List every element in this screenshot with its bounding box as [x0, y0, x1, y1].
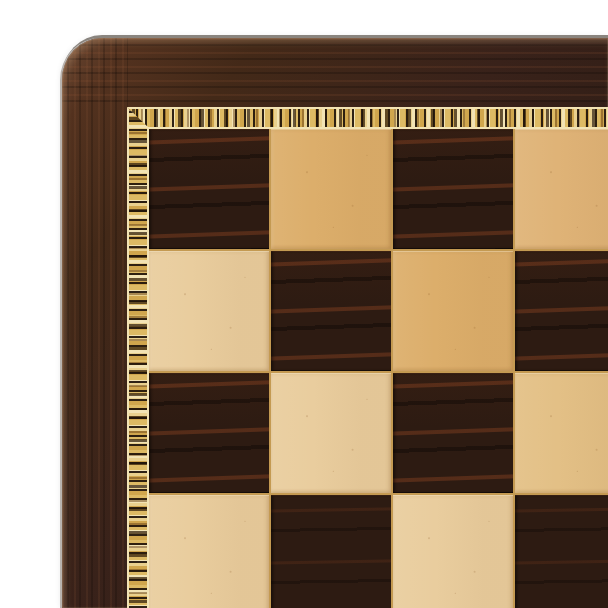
chessboard [62, 38, 608, 608]
frame-wood-grain-left [62, 38, 128, 608]
board-square [149, 129, 269, 249]
board-square [149, 495, 269, 608]
board-square [271, 251, 391, 371]
background [0, 0, 608, 608]
board-square [271, 373, 391, 493]
board-square [271, 129, 391, 249]
board-square [149, 251, 269, 371]
inlay-border-top [127, 107, 608, 129]
board-square [393, 495, 513, 608]
frame-wood-grain-top [62, 38, 608, 108]
board-square [515, 373, 608, 493]
board-square [515, 495, 608, 608]
board-square [149, 373, 269, 493]
board-square [393, 373, 513, 493]
board-square [393, 129, 513, 249]
board-grid [149, 129, 608, 608]
board-square [393, 251, 513, 371]
board-square [515, 251, 608, 371]
board-square [271, 495, 391, 608]
board-square [515, 129, 608, 249]
inlay-border-left [127, 107, 149, 608]
